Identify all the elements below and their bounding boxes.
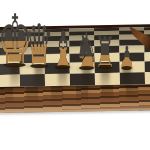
board-square bbox=[145, 61, 150, 72]
board-front-frame bbox=[0, 84, 150, 113]
board-square bbox=[144, 52, 150, 61]
board-square bbox=[145, 72, 150, 84]
chess-set-photo: ♚♚♛♛♝♝♞♞♜♜♟♟ bbox=[0, 0, 150, 150]
piece-pawn: ♟♟ bbox=[113, 42, 142, 74]
